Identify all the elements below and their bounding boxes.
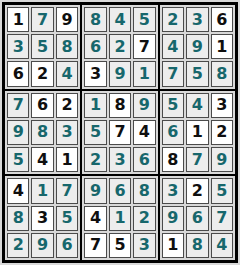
cell-r5c8[interactable]: 1 — [186, 120, 208, 145]
cell-r4c8[interactable]: 4 — [186, 93, 208, 118]
cell-r9c3[interactable]: 6 — [56, 233, 78, 258]
cell-r2c9[interactable]: 1 — [211, 34, 233, 59]
cell-r6c1[interactable]: 5 — [7, 147, 29, 172]
box-r2c2: 189574236 — [81, 90, 158, 176]
cell-r1c9[interactable]: 6 — [211, 7, 233, 32]
cell-r7c5[interactable]: 6 — [109, 178, 131, 203]
cell-r7c8[interactable]: 2 — [186, 178, 208, 203]
sudoku-wrapper: 1793586248456273912364917587629835411895… — [0, 0, 240, 265]
cell-r6c9[interactable]: 9 — [211, 147, 233, 172]
cell-r5c4[interactable]: 5 — [84, 120, 106, 145]
cell-r7c7[interactable]: 3 — [162, 178, 184, 203]
cell-r3c7[interactable]: 7 — [162, 61, 184, 86]
cell-r4c7[interactable]: 5 — [162, 93, 184, 118]
cell-r2c7[interactable]: 4 — [162, 34, 184, 59]
sudoku-board: 1793586248456273912364917587629835411895… — [2, 2, 238, 263]
cell-r6c6[interactable]: 6 — [133, 147, 155, 172]
cell-r4c4[interactable]: 1 — [84, 93, 106, 118]
cell-r4c1[interactable]: 7 — [7, 93, 29, 118]
cell-r2c6[interactable]: 7 — [133, 34, 155, 59]
cell-r8c9[interactable]: 7 — [211, 206, 233, 231]
cell-r5c3[interactable]: 3 — [56, 120, 78, 145]
cell-r4c6[interactable]: 9 — [133, 93, 155, 118]
cell-r7c3[interactable]: 7 — [56, 178, 78, 203]
cell-r3c5[interactable]: 9 — [109, 61, 131, 86]
cell-r6c3[interactable]: 1 — [56, 147, 78, 172]
cell-r9c6[interactable]: 3 — [133, 233, 155, 258]
cell-r8c8[interactable]: 6 — [186, 206, 208, 231]
cell-r8c2[interactable]: 3 — [31, 206, 53, 231]
box-r1c1: 179358624 — [4, 4, 81, 90]
cell-r1c4[interactable]: 8 — [84, 7, 106, 32]
cell-r7c4[interactable]: 9 — [84, 178, 106, 203]
cell-r3c3[interactable]: 4 — [56, 61, 78, 86]
cell-r8c3[interactable]: 5 — [56, 206, 78, 231]
cell-r9c4[interactable]: 7 — [84, 233, 106, 258]
cell-r3c2[interactable]: 2 — [31, 61, 53, 86]
cell-r6c8[interactable]: 7 — [186, 147, 208, 172]
cell-r8c1[interactable]: 8 — [7, 206, 29, 231]
box-r1c3: 236491758 — [159, 4, 236, 90]
box-r2c3: 543612879 — [159, 90, 236, 176]
cell-r7c6[interactable]: 8 — [133, 178, 155, 203]
cell-r9c9[interactable]: 4 — [211, 233, 233, 258]
cell-r1c1[interactable]: 1 — [7, 7, 29, 32]
cell-r6c5[interactable]: 3 — [109, 147, 131, 172]
box-r2c1: 762983541 — [4, 90, 81, 176]
cell-r7c9[interactable]: 5 — [211, 178, 233, 203]
cell-r1c3[interactable]: 9 — [56, 7, 78, 32]
cell-r6c7[interactable]: 8 — [162, 147, 184, 172]
cell-r6c2[interactable]: 4 — [31, 147, 53, 172]
cell-r3c8[interactable]: 5 — [186, 61, 208, 86]
cell-r2c8[interactable]: 9 — [186, 34, 208, 59]
box-r1c2: 845627391 — [81, 4, 158, 90]
cell-r3c6[interactable]: 1 — [133, 61, 155, 86]
cell-r7c2[interactable]: 1 — [31, 178, 53, 203]
cell-r2c2[interactable]: 5 — [31, 34, 53, 59]
cell-r9c2[interactable]: 9 — [31, 233, 53, 258]
cell-r4c3[interactable]: 2 — [56, 93, 78, 118]
cell-r5c1[interactable]: 9 — [7, 120, 29, 145]
cell-r5c6[interactable]: 4 — [133, 120, 155, 145]
cell-r4c5[interactable]: 8 — [109, 93, 131, 118]
cell-r2c3[interactable]: 8 — [56, 34, 78, 59]
cell-r1c5[interactable]: 4 — [109, 7, 131, 32]
box-r3c1: 417835296 — [4, 175, 81, 261]
cell-r5c7[interactable]: 6 — [162, 120, 184, 145]
cell-r2c5[interactable]: 2 — [109, 34, 131, 59]
cell-r5c5[interactable]: 7 — [109, 120, 131, 145]
cell-r1c8[interactable]: 3 — [186, 7, 208, 32]
box-r3c2: 968412753 — [81, 175, 158, 261]
cell-r8c4[interactable]: 4 — [84, 206, 106, 231]
cell-r1c6[interactable]: 5 — [133, 7, 155, 32]
cell-r9c5[interactable]: 5 — [109, 233, 131, 258]
cell-r2c1[interactable]: 3 — [7, 34, 29, 59]
cell-r5c9[interactable]: 2 — [211, 120, 233, 145]
cell-r9c7[interactable]: 1 — [162, 233, 184, 258]
cell-r4c2[interactable]: 6 — [31, 93, 53, 118]
cell-r3c1[interactable]: 6 — [7, 61, 29, 86]
cell-r9c8[interactable]: 8 — [186, 233, 208, 258]
cell-r1c7[interactable]: 2 — [162, 7, 184, 32]
cell-r1c2[interactable]: 7 — [31, 7, 53, 32]
box-r3c3: 325967184 — [159, 175, 236, 261]
cell-r5c2[interactable]: 8 — [31, 120, 53, 145]
cell-r6c4[interactable]: 2 — [84, 147, 106, 172]
cell-r9c1[interactable]: 2 — [7, 233, 29, 258]
cell-r2c4[interactable]: 6 — [84, 34, 106, 59]
cell-r8c6[interactable]: 2 — [133, 206, 155, 231]
cell-r8c7[interactable]: 9 — [162, 206, 184, 231]
cell-r7c1[interactable]: 4 — [7, 178, 29, 203]
cell-r4c9[interactable]: 3 — [211, 93, 233, 118]
cell-r3c4[interactable]: 3 — [84, 61, 106, 86]
cell-r8c5[interactable]: 1 — [109, 206, 131, 231]
cell-r3c9[interactable]: 8 — [211, 61, 233, 86]
